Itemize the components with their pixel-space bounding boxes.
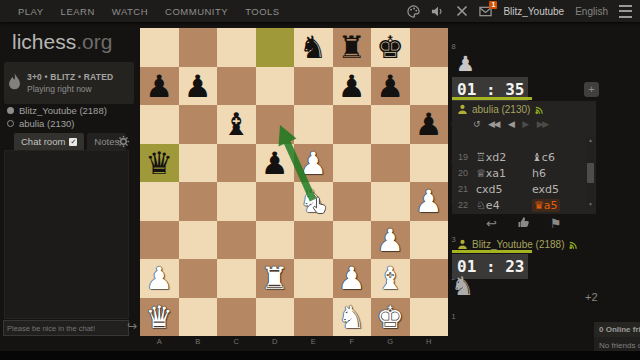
piece-white-queen[interactable]: ♛ [145,298,173,337]
broadcast-icon [568,240,579,250]
move-number: 22 [454,200,476,210]
captured-black-knight-icon: ♞ [451,271,474,301]
letterbox-strip [0,351,640,360]
square-f4[interactable] [333,182,372,221]
piece-white-pawn[interactable]: ♟ [415,182,443,221]
give-time-button[interactable]: + [584,82,599,97]
square-g3[interactable]: ♟ [371,221,410,260]
square-b4[interactable] [179,182,218,221]
piece-black-pawn[interactable]: ♟ [415,105,443,144]
lichess-game-page: PLAYLEARNWATCHCOMMUNITYTOOLS 1 Blitz_You… [0,0,640,360]
piece-white-pawn[interactable]: ♟ [299,144,327,183]
file-label-H: H [410,337,449,347]
piece-white-pawn[interactable]: ♟ [376,221,404,260]
language-selector[interactable]: English [575,6,608,17]
square-e7[interactable] [294,67,333,106]
file-label-E: E [294,337,333,347]
square-b5[interactable] [179,144,218,183]
piece-black-pawn[interactable]: ♟ [376,67,404,106]
square-c5[interactable] [217,144,256,183]
square-g6[interactable] [371,105,410,144]
square-h8[interactable] [410,28,449,67]
sound-icon[interactable] [431,5,444,18]
square-h4[interactable]: ♟ [410,182,449,221]
square-d2[interactable]: ♜ [256,259,295,298]
square-a8[interactable] [140,28,179,67]
piece-black-king[interactable]: ♚ [376,28,404,67]
chat-toggle-checkbox[interactable]: ✓ [69,138,77,146]
first-move-button[interactable]: ◀◀ [488,119,499,129]
white-time-bar [452,250,532,253]
game-meta: 3+0 • BLITZ • RATED [27,72,113,82]
square-g4[interactable] [371,182,410,221]
square-c4[interactable] [217,182,256,221]
file-label-B: B [179,337,218,347]
file-labels: ABCDEFGH [140,337,448,347]
piece-white-pawn[interactable]: ♟ [338,259,366,298]
square-d8[interactable] [256,28,295,67]
move-white[interactable]: ♘e4 [476,199,532,212]
square-d4[interactable] [256,182,295,221]
move-black[interactable]: exd5 [532,183,582,196]
move-list: 19♖xd2♝c620♕xa1h621cxd5exd522♘e4♛a5 [454,137,584,213]
prev-move-button[interactable]: ◀ [508,119,513,129]
square-c2[interactable] [217,259,256,298]
tab-chat-room[interactable]: Chat room ✓ [14,133,84,150]
file-label-F: F [333,337,372,347]
square-h2[interactable] [410,259,449,298]
square-a5[interactable]: ♛ [140,144,179,183]
square-g2[interactable]: ♝ [371,259,410,298]
square-e2[interactable] [294,259,333,298]
user-icon [457,239,468,250]
nav-community[interactable]: COMMUNITY [165,6,228,17]
square-e3[interactable] [294,221,333,260]
square-f2[interactable]: ♟ [333,259,372,298]
square-b1[interactable] [179,298,218,337]
theme-palette-icon[interactable] [407,5,420,18]
square-f8[interactable]: ♜ [333,28,372,67]
game-info-box: 3+0 • BLITZ • RATED Playing right now [4,62,134,104]
square-d3[interactable] [256,221,295,260]
square-f1[interactable]: ♞ [333,298,372,337]
messages-envelope-icon[interactable]: 1 [479,5,492,18]
square-h3[interactable] [410,221,449,260]
piece-white-rook[interactable]: ♜ [261,259,289,298]
square-a1[interactable]: ♛ [140,298,179,337]
top-player-row: abulia (2130) [457,104,545,115]
online-friends-header[interactable]: 0 Online friends [594,322,640,337]
game-action-buttons: ↩ ⚑ [486,216,562,232]
square-b8[interactable] [179,28,218,67]
piece-black-rook[interactable]: ♜ [338,28,366,67]
square-h7[interactable] [410,67,449,106]
scrollbar-thumb[interactable] [587,163,594,183]
captured-white-pawn-icon: ♟ [456,51,475,77]
square-c8[interactable] [217,28,256,67]
square-g1[interactable]: ♚ [371,298,410,337]
scroll-up-icon[interactable]: ▲ [588,137,593,144]
file-label-G: G [371,337,410,347]
square-b3[interactable] [179,221,218,260]
move-black[interactable]: ♝c6 [532,151,582,164]
square-a7[interactable]: ♟ [140,67,179,106]
square-f3[interactable] [333,221,372,260]
square-c6[interactable]: ♝ [217,105,256,144]
chat-settings-gear-icon[interactable] [115,134,131,149]
square-c3[interactable] [217,221,256,260]
draw-offer-button[interactable] [517,216,530,232]
square-d1[interactable] [256,298,295,337]
square-d5[interactable]: ♟ [256,144,295,183]
player-list-white[interactable]: Blitz_Youtube (2188) [7,104,107,117]
move-number: 21 [454,184,476,194]
nav-play[interactable]: PLAY [18,6,44,17]
square-h5[interactable] [410,144,449,183]
piece-black-pawn[interactable]: ♟ [261,144,289,183]
last-move-button[interactable]: ▶▶ [537,119,548,129]
square-e8[interactable]: ♞ [294,28,333,67]
square-c1[interactable] [217,298,256,337]
square-e6[interactable] [294,105,333,144]
movelist-scrollbar[interactable]: ▲ ▼ [586,137,595,208]
challenges-crossed-swords-icon[interactable] [455,5,468,18]
piece-black-bishop[interactable]: ♝ [222,105,250,144]
player-list: Blitz_Youtube (2188) abulia (2130) [7,104,107,130]
chat-input[interactable] [3,320,129,336]
move-black[interactable]: ♛a5 [532,199,560,212]
game-status: Playing right now [27,84,113,94]
move-number: 19 [454,152,476,162]
square-f6[interactable] [333,105,372,144]
move-row: 21cxd5exd5 [454,181,584,197]
piece-white-knight[interactable]: ♞ [338,298,366,337]
piece-white-pawn[interactable]: ♟ [145,259,173,298]
site-logo[interactable]: lichess.org [12,30,112,54]
chat-tabs: Chat room ✓ Notes [14,133,126,150]
topbar-username[interactable]: Blitz_Youtube [503,6,564,17]
square-b6[interactable] [179,105,218,144]
primary-nav: PLAYLEARNWATCHCOMMUNITYTOOLS [0,6,280,17]
material-advantage: +2 [585,291,598,303]
chat-messages-area [4,150,129,319]
chess-board: ♞♜♚♟♟♟♟♝♟♛♟♟♞♟♟♟♜♟♝♛♞♚ [140,28,448,336]
file-label-C: C [217,337,256,347]
chat-send-icon[interactable]: ↪ [127,319,137,333]
replay-controls: ↺◀◀◀▶▶▶ [473,119,548,129]
broadcast-icon [534,105,545,115]
top-nav-bar: PLAYLEARNWATCHCOMMUNITYTOOLS 1 Blitz_You… [0,0,640,22]
black-player-ring-icon [7,120,14,127]
next-move-button[interactable]: ▶ [522,119,527,129]
piece-black-pawn[interactable]: ♟ [184,67,212,106]
file-label-D: D [256,337,295,347]
square-a6[interactable] [140,105,179,144]
square-a4[interactable] [140,182,179,221]
square-d7[interactable] [256,67,295,106]
bottom-player-row: Blitz_Youtube (2188) [457,239,579,250]
square-h6[interactable]: ♟ [410,105,449,144]
message-count-badge: 1 [489,1,497,9]
piece-white-king[interactable]: ♚ [376,298,404,337]
piece-white-knight[interactable]: ♞ [299,182,327,221]
scroll-down-icon[interactable]: ▼ [588,201,593,208]
square-d6[interactable] [256,105,295,144]
rank-label-1: 1 [449,298,458,337]
square-b7[interactable]: ♟ [179,67,218,106]
nav-tools[interactable]: TOOLS [245,6,280,17]
square-b2[interactable] [179,259,218,298]
menu-icon[interactable] [619,5,632,18]
player-list-black[interactable]: abulia (2130) [7,117,107,130]
move-row: 19♖xd2♝c6 [454,149,584,165]
white-player-dot-icon [7,107,14,114]
square-a3[interactable] [140,221,179,260]
piece-white-bishop[interactable]: ♝ [376,259,404,298]
square-e5[interactable]: ♟ [294,144,333,183]
piece-black-pawn[interactable]: ♟ [145,67,173,106]
square-f7[interactable]: ♟ [333,67,372,106]
square-h1[interactable] [410,298,449,337]
square-e1[interactable] [294,298,333,337]
nav-learn[interactable]: LEARN [61,6,95,17]
move-row: 20♕xa1h6 [454,165,584,181]
piece-black-knight[interactable]: ♞ [299,28,327,67]
square-c7[interactable] [217,67,256,106]
black-time-bar [452,97,532,100]
flame-icon [8,73,21,93]
square-g5[interactable] [371,144,410,183]
move-black[interactable]: h6 [532,167,582,180]
square-g8[interactable]: ♚ [371,28,410,67]
piece-black-queen[interactable]: ♛ [145,144,173,183]
resign-button[interactable]: ⚑ [550,217,562,231]
square-a2[interactable]: ♟ [140,259,179,298]
file-label-A: A [140,337,179,347]
piece-black-pawn[interactable]: ♟ [338,67,366,106]
top-player-name[interactable]: abulia (2130) [472,104,530,115]
bottom-player-name[interactable]: Blitz_Youtube (2188) [472,239,564,250]
square-f5[interactable] [333,144,372,183]
user-icon [457,104,468,115]
nav-watch[interactable]: WATCH [112,6,148,17]
flip-button[interactable]: ↺ [473,119,479,129]
move-number: 20 [454,168,476,178]
move-white[interactable]: ♕xa1 [476,167,532,180]
move-row: 22♘e4♛a5 [454,197,584,213]
square-e4[interactable]: ♞ [294,182,333,221]
square-g7[interactable]: ♟ [371,67,410,106]
move-white[interactable]: cxd5 [476,183,532,196]
takeback-button[interactable]: ↩ [486,217,497,231]
move-white[interactable]: ♖xd2 [476,151,532,164]
